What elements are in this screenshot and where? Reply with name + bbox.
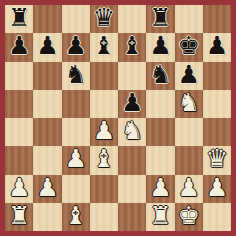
piece-black-knight-f6: ♞	[149, 62, 171, 89]
square-a1[interactable]: ♜	[5, 203, 33, 231]
square-h1[interactable]	[203, 203, 231, 231]
square-b5[interactable]	[33, 90, 61, 118]
square-f6[interactable]: ♞	[146, 62, 174, 90]
square-g6[interactable]: ♟	[175, 62, 203, 90]
piece-white-king-g1: ♚	[177, 203, 199, 230]
piece-white-queen-h3: ♛	[206, 146, 228, 173]
piece-black-rook-f8: ♜	[149, 5, 171, 32]
square-d8[interactable]: ♛	[90, 5, 118, 33]
piece-black-pawn-f7: ♟	[149, 33, 171, 60]
piece-white-rook-f1: ♜	[149, 203, 171, 230]
piece-black-king-g7: ♚	[177, 33, 199, 60]
square-c8[interactable]	[62, 5, 90, 33]
square-d6[interactable]	[90, 62, 118, 90]
square-g2[interactable]: ♟	[175, 175, 203, 203]
piece-white-knight-g5: ♞	[177, 90, 199, 117]
piece-black-rook-a8: ♜	[8, 5, 30, 32]
square-a5[interactable]	[5, 90, 33, 118]
square-g7[interactable]: ♚	[175, 33, 203, 61]
square-c3[interactable]: ♟	[62, 146, 90, 174]
square-e5[interactable]: ♟	[118, 90, 146, 118]
piece-white-pawn-h2: ♟	[206, 175, 228, 202]
chess-board: ♜♛♜♟♟♟♝♝♟♚♟♞♞♟♟♞♟♞♟♝♛♟♟♟♟♟♜♝♜♚	[0, 0, 236, 236]
piece-black-pawn-a7: ♟	[8, 33, 30, 60]
piece-white-pawn-g2: ♟	[177, 175, 199, 202]
square-f5[interactable]	[146, 90, 174, 118]
square-e2[interactable]	[118, 175, 146, 203]
square-g4[interactable]	[175, 118, 203, 146]
square-d1[interactable]	[90, 203, 118, 231]
square-d4[interactable]: ♟	[90, 118, 118, 146]
square-f3[interactable]	[146, 146, 174, 174]
square-e7[interactable]: ♝	[118, 33, 146, 61]
piece-white-rook-a1: ♜	[8, 203, 30, 230]
piece-white-pawn-f2: ♟	[149, 175, 171, 202]
square-g8[interactable]	[175, 5, 203, 33]
square-a6[interactable]	[5, 62, 33, 90]
square-e6[interactable]	[118, 62, 146, 90]
piece-white-pawn-c3: ♟	[64, 146, 86, 173]
square-a7[interactable]: ♟	[5, 33, 33, 61]
square-e8[interactable]	[118, 5, 146, 33]
board-grid: ♜♛♜♟♟♟♝♝♟♚♟♞♞♟♟♞♟♞♟♝♛♟♟♟♟♟♜♝♜♚	[5, 5, 231, 231]
square-h6[interactable]	[203, 62, 231, 90]
square-b6[interactable]	[33, 62, 61, 90]
square-b2[interactable]: ♟	[33, 175, 61, 203]
square-b7[interactable]: ♟	[33, 33, 61, 61]
square-g3[interactable]	[175, 146, 203, 174]
square-d2[interactable]	[90, 175, 118, 203]
square-e1[interactable]	[118, 203, 146, 231]
square-f7[interactable]: ♟	[146, 33, 174, 61]
square-e3[interactable]	[118, 146, 146, 174]
piece-black-bishop-e7: ♝	[121, 33, 143, 60]
square-d3[interactable]: ♝	[90, 146, 118, 174]
piece-black-pawn-h7: ♟	[206, 33, 228, 60]
square-d7[interactable]: ♝	[90, 33, 118, 61]
square-f2[interactable]: ♟	[146, 175, 174, 203]
piece-white-bishop-c1: ♝	[64, 203, 86, 230]
square-h4[interactable]	[203, 118, 231, 146]
piece-black-bishop-d7: ♝	[93, 33, 115, 60]
square-h3[interactable]: ♛	[203, 146, 231, 174]
piece-white-pawn-a2: ♟	[8, 175, 30, 202]
piece-black-queen-d8: ♛	[93, 5, 115, 32]
piece-white-knight-e4: ♞	[121, 118, 143, 145]
square-f8[interactable]: ♜	[146, 5, 174, 33]
square-c5[interactable]	[62, 90, 90, 118]
square-h5[interactable]	[203, 90, 231, 118]
square-c7[interactable]: ♟	[62, 33, 90, 61]
square-c6[interactable]: ♞	[62, 62, 90, 90]
piece-black-pawn-b7: ♟	[36, 33, 58, 60]
square-a2[interactable]: ♟	[5, 175, 33, 203]
square-a8[interactable]: ♜	[5, 5, 33, 33]
square-g5[interactable]: ♞	[175, 90, 203, 118]
square-h7[interactable]: ♟	[203, 33, 231, 61]
piece-black-pawn-c7: ♟	[64, 33, 86, 60]
square-g1[interactable]: ♚	[175, 203, 203, 231]
square-f4[interactable]	[146, 118, 174, 146]
piece-black-pawn-e5: ♟	[121, 90, 143, 117]
square-c4[interactable]	[62, 118, 90, 146]
square-e4[interactable]: ♞	[118, 118, 146, 146]
square-f1[interactable]: ♜	[146, 203, 174, 231]
piece-white-bishop-d3: ♝	[93, 146, 115, 173]
piece-white-pawn-d4: ♟	[93, 118, 115, 145]
square-c1[interactable]: ♝	[62, 203, 90, 231]
square-d5[interactable]	[90, 90, 118, 118]
square-b8[interactable]	[33, 5, 61, 33]
piece-black-knight-c6: ♞	[64, 62, 86, 89]
piece-black-pawn-g6: ♟	[177, 62, 199, 89]
square-b4[interactable]	[33, 118, 61, 146]
square-a3[interactable]	[5, 146, 33, 174]
square-h8[interactable]	[203, 5, 231, 33]
square-b1[interactable]	[33, 203, 61, 231]
square-c2[interactable]	[62, 175, 90, 203]
square-b3[interactable]	[33, 146, 61, 174]
square-h2[interactable]: ♟	[203, 175, 231, 203]
piece-white-pawn-b2: ♟	[36, 175, 58, 202]
square-a4[interactable]	[5, 118, 33, 146]
